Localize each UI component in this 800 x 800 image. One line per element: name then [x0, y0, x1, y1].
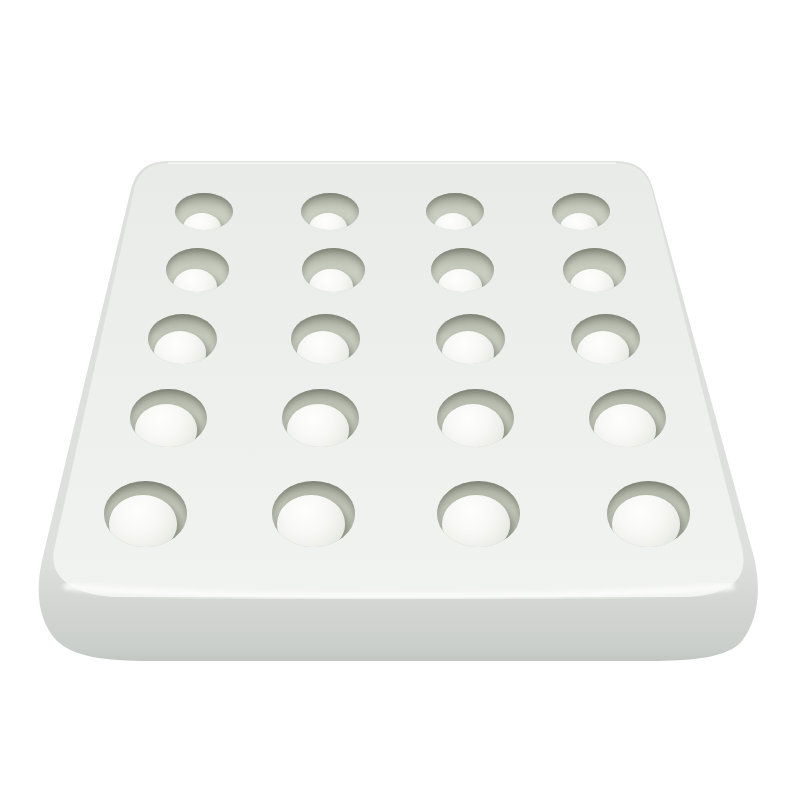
- marble-white[interactable]: [309, 269, 353, 292]
- hole[interactable]: [130, 389, 207, 447]
- marble-white[interactable]: [442, 495, 510, 547]
- marble-white[interactable]: [297, 331, 349, 364]
- marble-white[interactable]: [577, 331, 629, 364]
- hole[interactable]: [104, 481, 187, 547]
- marble-white[interactable]: [438, 269, 482, 292]
- hole[interactable]: [552, 193, 610, 230]
- hole[interactable]: [166, 248, 229, 292]
- marble-white[interactable]: [442, 331, 494, 364]
- marble-white[interactable]: [287, 404, 349, 447]
- marble-white[interactable]: [612, 495, 680, 547]
- hole[interactable]: [301, 193, 359, 230]
- hole[interactable]: [589, 389, 666, 447]
- hole[interactable]: [571, 314, 640, 364]
- hole[interactable]: [302, 248, 365, 292]
- marble-white[interactable]: [277, 495, 345, 547]
- hole[interactable]: [291, 314, 360, 364]
- hole[interactable]: [436, 314, 505, 364]
- marble-white[interactable]: [173, 269, 217, 292]
- marble-white[interactable]: [560, 213, 598, 230]
- hole[interactable]: [148, 314, 217, 364]
- hole[interactable]: [437, 481, 520, 547]
- board-holes: [0, 0, 800, 800]
- marble-white[interactable]: [154, 331, 206, 364]
- marble-white[interactable]: [434, 213, 472, 230]
- marble-white[interactable]: [594, 404, 656, 447]
- marble-white[interactable]: [183, 213, 221, 230]
- hole[interactable]: [426, 193, 484, 230]
- hole[interactable]: [437, 389, 514, 447]
- marble-white[interactable]: [442, 404, 504, 447]
- marble-white[interactable]: [135, 404, 197, 447]
- hole[interactable]: [272, 481, 355, 547]
- hole[interactable]: [431, 248, 494, 292]
- hole[interactable]: [607, 481, 690, 547]
- hole[interactable]: [282, 389, 359, 447]
- marble-white[interactable]: [570, 269, 614, 292]
- marble-white[interactable]: [309, 213, 347, 230]
- hole[interactable]: [175, 193, 233, 230]
- marble-white[interactable]: [109, 495, 177, 547]
- hole[interactable]: [563, 248, 626, 292]
- photo-stage: [0, 0, 800, 800]
